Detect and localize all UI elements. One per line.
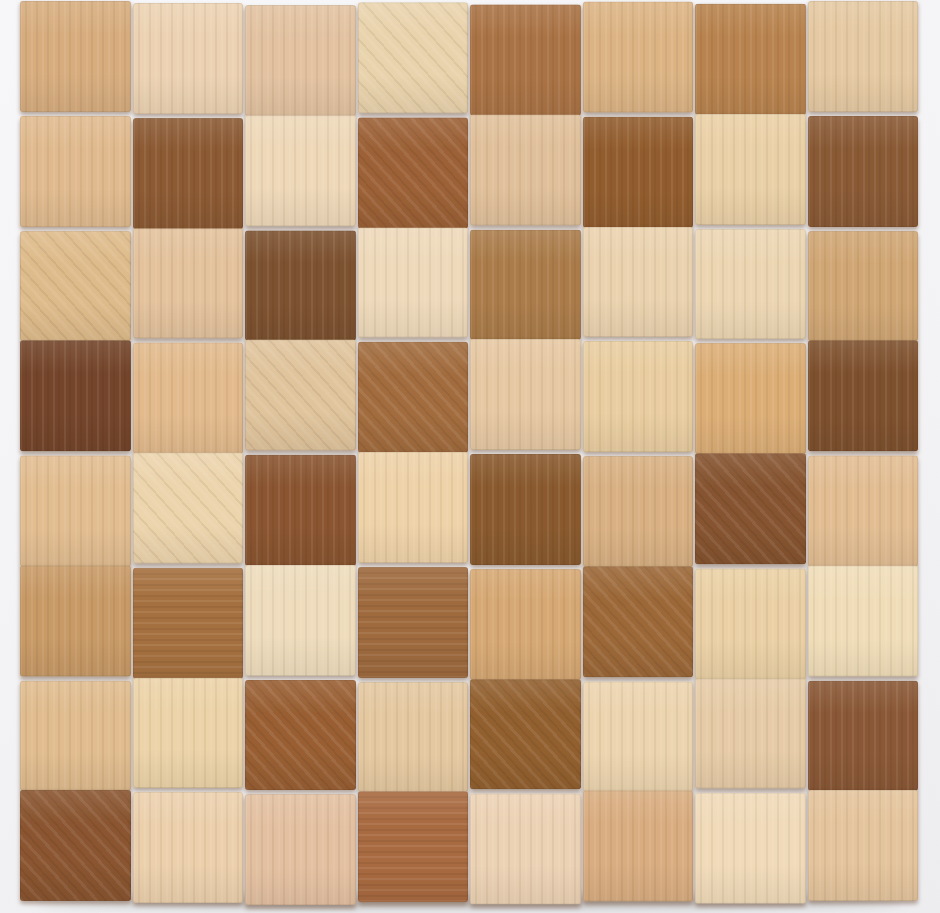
square-h1[interactable] — [808, 790, 919, 901]
square-f4[interactable] — [583, 456, 694, 567]
square-c3[interactable] — [245, 565, 356, 676]
square-g6[interactable] — [695, 229, 806, 340]
square-h8[interactable] — [808, 1, 919, 112]
wooden-mosaic-checkerboard — [20, 3, 918, 903]
square-g5[interactable] — [695, 343, 806, 454]
square-d6[interactable] — [358, 227, 469, 338]
square-e5[interactable] — [470, 339, 581, 450]
square-e8[interactable] — [470, 4, 581, 115]
square-h6[interactable] — [808, 231, 919, 342]
square-b5[interactable] — [133, 343, 244, 454]
square-f5[interactable] — [583, 341, 694, 452]
square-e6[interactable] — [470, 229, 581, 340]
square-a7[interactable] — [20, 116, 131, 227]
square-f2[interactable] — [583, 681, 694, 792]
square-c4[interactable] — [245, 455, 356, 566]
square-a6[interactable] — [20, 231, 131, 342]
square-c2[interactable] — [245, 680, 356, 791]
square-f1[interactable] — [583, 791, 694, 902]
square-e1[interactable] — [470, 794, 581, 905]
square-b4[interactable] — [133, 453, 244, 564]
square-h7[interactable] — [808, 116, 919, 227]
square-a3[interactable] — [20, 565, 131, 676]
photo-background — [0, 0, 940, 913]
square-f6[interactable] — [583, 226, 694, 337]
square-h3[interactable] — [808, 565, 919, 676]
square-c5[interactable] — [245, 340, 356, 451]
square-g1[interactable] — [695, 793, 806, 904]
square-e7[interactable] — [470, 114, 581, 225]
square-e3[interactable] — [470, 569, 581, 680]
square-b6[interactable] — [133, 228, 244, 339]
square-d8[interactable] — [358, 2, 469, 113]
square-g8[interactable] — [695, 4, 806, 115]
square-d2[interactable] — [358, 682, 469, 793]
square-b1[interactable] — [133, 792, 244, 903]
square-c8[interactable] — [245, 5, 356, 116]
square-g2[interactable] — [695, 678, 806, 789]
square-a5[interactable] — [20, 341, 131, 452]
square-a4[interactable] — [20, 455, 131, 566]
square-c1[interactable] — [245, 794, 356, 905]
square-f8[interactable] — [583, 2, 694, 113]
square-h5[interactable] — [808, 341, 919, 452]
square-a1[interactable] — [20, 790, 131, 901]
square-e2[interactable] — [470, 679, 581, 790]
square-g4[interactable] — [695, 453, 806, 564]
square-h4[interactable] — [808, 455, 919, 566]
square-h2[interactable] — [808, 680, 919, 791]
square-c6[interactable] — [245, 230, 356, 341]
square-a2[interactable] — [20, 680, 131, 791]
square-d7[interactable] — [358, 117, 469, 228]
square-g3[interactable] — [695, 568, 806, 679]
square-b8[interactable] — [133, 3, 244, 114]
square-b2[interactable] — [133, 677, 244, 788]
square-f7[interactable] — [583, 116, 694, 227]
square-f3[interactable] — [583, 566, 694, 677]
square-b3[interactable] — [133, 567, 244, 678]
square-d5[interactable] — [358, 342, 469, 453]
square-g7[interactable] — [695, 114, 806, 225]
square-d4[interactable] — [358, 452, 469, 563]
square-a8[interactable] — [20, 1, 131, 112]
square-d3[interactable] — [358, 567, 469, 678]
square-c7[interactable] — [245, 115, 356, 226]
square-b7[interactable] — [133, 118, 244, 229]
square-d1[interactable] — [358, 792, 469, 903]
square-e4[interactable] — [470, 454, 581, 565]
